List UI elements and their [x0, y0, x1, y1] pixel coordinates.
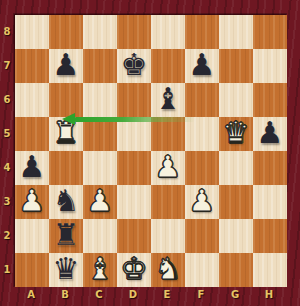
piece-white-king[interactable]: ♚ [121, 254, 148, 284]
piece-black-rook[interactable]: ♜ [53, 220, 80, 250]
square-d5[interactable] [117, 117, 151, 151]
piece-white-rook[interactable]: ♜ [53, 118, 80, 148]
piece-black-king[interactable]: ♚ [121, 50, 148, 80]
square-e1[interactable]: ♞ [151, 253, 185, 287]
square-d3[interactable] [117, 185, 151, 219]
square-h4[interactable] [253, 151, 287, 185]
square-a3[interactable]: ♟ [15, 185, 49, 219]
rank-label-5: 5 [0, 116, 14, 150]
square-b2[interactable]: ♜ [49, 219, 83, 253]
file-label-c: C [82, 286, 116, 306]
square-f4[interactable] [185, 151, 219, 185]
file-label-e: E [150, 286, 184, 306]
rank-label-7: 7 [0, 48, 14, 82]
file-labels: ABCDEFGH [14, 286, 286, 306]
square-g2[interactable] [219, 219, 253, 253]
square-c4[interactable] [83, 151, 117, 185]
piece-black-pawn[interactable]: ♟ [19, 152, 46, 182]
piece-black-queen[interactable]: ♛ [53, 254, 80, 284]
piece-white-pawn[interactable]: ♟ [87, 186, 114, 216]
square-c1[interactable]: ♝ [83, 253, 117, 287]
square-e4[interactable]: ♟ [151, 151, 185, 185]
square-h3[interactable] [253, 185, 287, 219]
square-c2[interactable] [83, 219, 117, 253]
square-c5[interactable] [83, 117, 117, 151]
square-f7[interactable]: ♟ [185, 49, 219, 83]
square-b6[interactable] [49, 83, 83, 117]
rank-label-2: 2 [0, 218, 14, 252]
square-h8[interactable] [253, 15, 287, 49]
square-a2[interactable] [15, 219, 49, 253]
square-f5[interactable] [185, 117, 219, 151]
square-a7[interactable] [15, 49, 49, 83]
rank-label-4: 4 [0, 150, 14, 184]
square-h2[interactable] [253, 219, 287, 253]
square-e8[interactable] [151, 15, 185, 49]
square-c8[interactable] [83, 15, 117, 49]
file-label-g: G [218, 286, 252, 306]
piece-black-bishop[interactable]: ♝ [155, 84, 182, 114]
square-f1[interactable] [185, 253, 219, 287]
square-c3[interactable]: ♟ [83, 185, 117, 219]
file-label-h: H [252, 286, 286, 306]
square-d8[interactable] [117, 15, 151, 49]
square-e2[interactable] [151, 219, 185, 253]
square-b4[interactable] [49, 151, 83, 185]
square-h5[interactable]: ♟ [253, 117, 287, 151]
square-d6[interactable] [117, 83, 151, 117]
square-c7[interactable] [83, 49, 117, 83]
piece-white-knight[interactable]: ♞ [155, 254, 182, 284]
square-a4[interactable]: ♟ [15, 151, 49, 185]
square-d4[interactable] [117, 151, 151, 185]
square-e3[interactable] [151, 185, 185, 219]
square-g6[interactable] [219, 83, 253, 117]
piece-black-pawn[interactable]: ♟ [189, 50, 216, 80]
piece-black-pawn[interactable]: ♟ [53, 50, 80, 80]
piece-white-pawn[interactable]: ♟ [189, 186, 216, 216]
square-h7[interactable] [253, 49, 287, 83]
square-f8[interactable] [185, 15, 219, 49]
square-h1[interactable] [253, 253, 287, 287]
square-b8[interactable] [49, 15, 83, 49]
piece-white-pawn[interactable]: ♟ [19, 186, 46, 216]
square-a1[interactable] [15, 253, 49, 287]
square-d1[interactable]: ♚ [117, 253, 151, 287]
square-a8[interactable] [15, 15, 49, 49]
rank-labels: 87654321 [0, 14, 14, 286]
rank-label-3: 3 [0, 184, 14, 218]
square-b7[interactable]: ♟ [49, 49, 83, 83]
square-g5[interactable]: ♛ [219, 117, 253, 151]
piece-white-pawn[interactable]: ♟ [155, 152, 182, 182]
rank-label-8: 8 [0, 14, 14, 48]
square-h6[interactable] [253, 83, 287, 117]
square-f6[interactable] [185, 83, 219, 117]
square-a6[interactable] [15, 83, 49, 117]
square-d2[interactable] [117, 219, 151, 253]
square-d7[interactable]: ♚ [117, 49, 151, 83]
chess-board: ♟♚♟♝♜♛♟♟♟♟♞♟♟♜♛♝♚♞ [14, 14, 286, 286]
square-b3[interactable]: ♞ [49, 185, 83, 219]
piece-black-knight[interactable]: ♞ [53, 186, 80, 216]
piece-white-queen[interactable]: ♛ [223, 118, 250, 148]
square-g4[interactable] [219, 151, 253, 185]
rank-label-1: 1 [0, 252, 14, 286]
file-label-d: D [116, 286, 150, 306]
file-label-b: B [48, 286, 82, 306]
piece-black-pawn[interactable]: ♟ [257, 118, 284, 148]
square-b5[interactable]: ♜ [49, 117, 83, 151]
square-g3[interactable] [219, 185, 253, 219]
square-e7[interactable] [151, 49, 185, 83]
square-e5[interactable] [151, 117, 185, 151]
file-label-a: A [14, 286, 48, 306]
square-c6[interactable] [83, 83, 117, 117]
square-g7[interactable] [219, 49, 253, 83]
chess-board-frame: ♟♚♟♝♜♛♟♟♟♟♞♟♟♜♛♝♚♞ 87654321 ABCDEFGH [0, 0, 300, 306]
square-g1[interactable] [219, 253, 253, 287]
rank-label-6: 6 [0, 82, 14, 116]
square-b1[interactable]: ♛ [49, 253, 83, 287]
file-label-f: F [184, 286, 218, 306]
square-g8[interactable] [219, 15, 253, 49]
square-f2[interactable] [185, 219, 219, 253]
square-e6[interactable]: ♝ [151, 83, 185, 117]
square-f3[interactable]: ♟ [185, 185, 219, 219]
square-a5[interactable] [15, 117, 49, 151]
piece-white-bishop[interactable]: ♝ [87, 254, 114, 284]
